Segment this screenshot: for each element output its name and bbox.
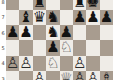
square-d4[interactable]: ♘ bbox=[46, 56, 59, 71]
board-viewport: ♜♜♚♝♛♞♟♟♟♟♟♞♟♟♘♙♙♘♙♙♕♙♙♗ bbox=[6, 0, 114, 80]
square-e8[interactable] bbox=[60, 0, 73, 10]
square-d3[interactable] bbox=[46, 71, 59, 80]
square-h3[interactable]: ♗ bbox=[100, 71, 113, 80]
piece-wn-e5[interactable]: ♘ bbox=[60, 40, 73, 55]
piece-wp-g3[interactable]: ♙ bbox=[86, 71, 99, 80]
square-b3[interactable] bbox=[19, 71, 32, 80]
square-a6[interactable]: ♟ bbox=[6, 25, 19, 40]
square-f3[interactable]: ♙ bbox=[73, 71, 86, 80]
square-b6[interactable]: ♟ bbox=[19, 25, 32, 40]
square-g3[interactable]: ♙ bbox=[86, 71, 99, 80]
piece-bp-f7[interactable]: ♟ bbox=[73, 10, 86, 25]
piece-wq-e3[interactable]: ♕ bbox=[60, 71, 73, 80]
square-c5[interactable] bbox=[33, 40, 46, 55]
square-f6[interactable] bbox=[73, 25, 86, 40]
right-margin bbox=[114, 0, 120, 80]
square-c7[interactable]: ♛ bbox=[33, 10, 46, 25]
piece-bp-b6[interactable]: ♟ bbox=[19, 25, 32, 40]
square-g5[interactable] bbox=[86, 40, 99, 55]
piece-wn-d4[interactable]: ♘ bbox=[46, 56, 59, 71]
piece-wb-h3[interactable]: ♗ bbox=[100, 71, 113, 80]
piece-wp-a4[interactable]: ♙ bbox=[6, 56, 19, 71]
piece-bp-h7[interactable]: ♟ bbox=[100, 10, 113, 25]
square-g6[interactable] bbox=[86, 25, 99, 40]
square-e3[interactable]: ♕ bbox=[60, 71, 73, 80]
square-b4[interactable]: ♙ bbox=[19, 56, 32, 71]
square-g7[interactable]: ♟ bbox=[86, 10, 99, 25]
chess-board: ♜♜♚♝♛♞♟♟♟♟♟♞♟♟♘♙♙♘♙♙♕♙♙♗ bbox=[6, 0, 113, 80]
square-a8[interactable] bbox=[6, 0, 19, 10]
piece-bp-g7[interactable]: ♟ bbox=[86, 10, 99, 25]
square-e5[interactable]: ♘ bbox=[60, 40, 73, 55]
piece-wp-b4[interactable]: ♙ bbox=[19, 56, 32, 71]
square-c3[interactable]: ♙ bbox=[33, 71, 46, 80]
square-f7[interactable]: ♟ bbox=[73, 10, 86, 25]
square-h7[interactable]: ♟ bbox=[100, 10, 113, 25]
piece-bq-c7[interactable]: ♛ bbox=[33, 10, 46, 25]
square-h5[interactable] bbox=[100, 40, 113, 55]
piece-wp-c3[interactable]: ♙ bbox=[33, 71, 46, 80]
chess-diagram: { "game": "chess", "position": { "fen": … bbox=[0, 0, 120, 80]
piece-wp-f3[interactable]: ♙ bbox=[73, 71, 86, 80]
square-a4[interactable]: ♙ bbox=[6, 56, 19, 71]
piece-bp-a6[interactable]: ♟ bbox=[6, 25, 19, 40]
square-h6[interactable] bbox=[100, 25, 113, 40]
square-c6[interactable] bbox=[33, 25, 46, 40]
square-a3[interactable] bbox=[6, 71, 19, 80]
